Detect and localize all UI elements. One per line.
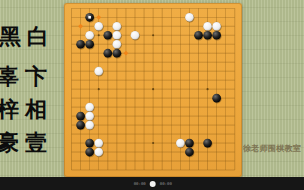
go-board[interactable]: [64, 3, 242, 177]
time-total: 00:00: [160, 182, 172, 186]
scrubber-knob-icon[interactable]: [150, 181, 156, 187]
video-frame: 黑 辜梓豪 白 卞相壹 徐老师围棋教室 00:00 00:00: [0, 0, 304, 190]
black-label: 黑: [0, 20, 23, 53]
go-board-grid: [64, 3, 242, 177]
video-control-bar: 00:00 00:00: [0, 177, 304, 190]
white-player-name: 卞相壹: [25, 60, 47, 159]
time-elapsed: 00:00: [134, 182, 146, 186]
black-player-name: 辜梓豪: [0, 60, 19, 159]
white-player-column: 白 卞相壹: [25, 20, 51, 159]
white-label: 白: [25, 20, 51, 53]
black-player-column: 黑 辜梓豪: [0, 20, 23, 159]
watermark-text: 徐老师围棋教室: [243, 143, 303, 154]
video-scrubber[interactable]: 00:00 00:00: [134, 177, 172, 190]
